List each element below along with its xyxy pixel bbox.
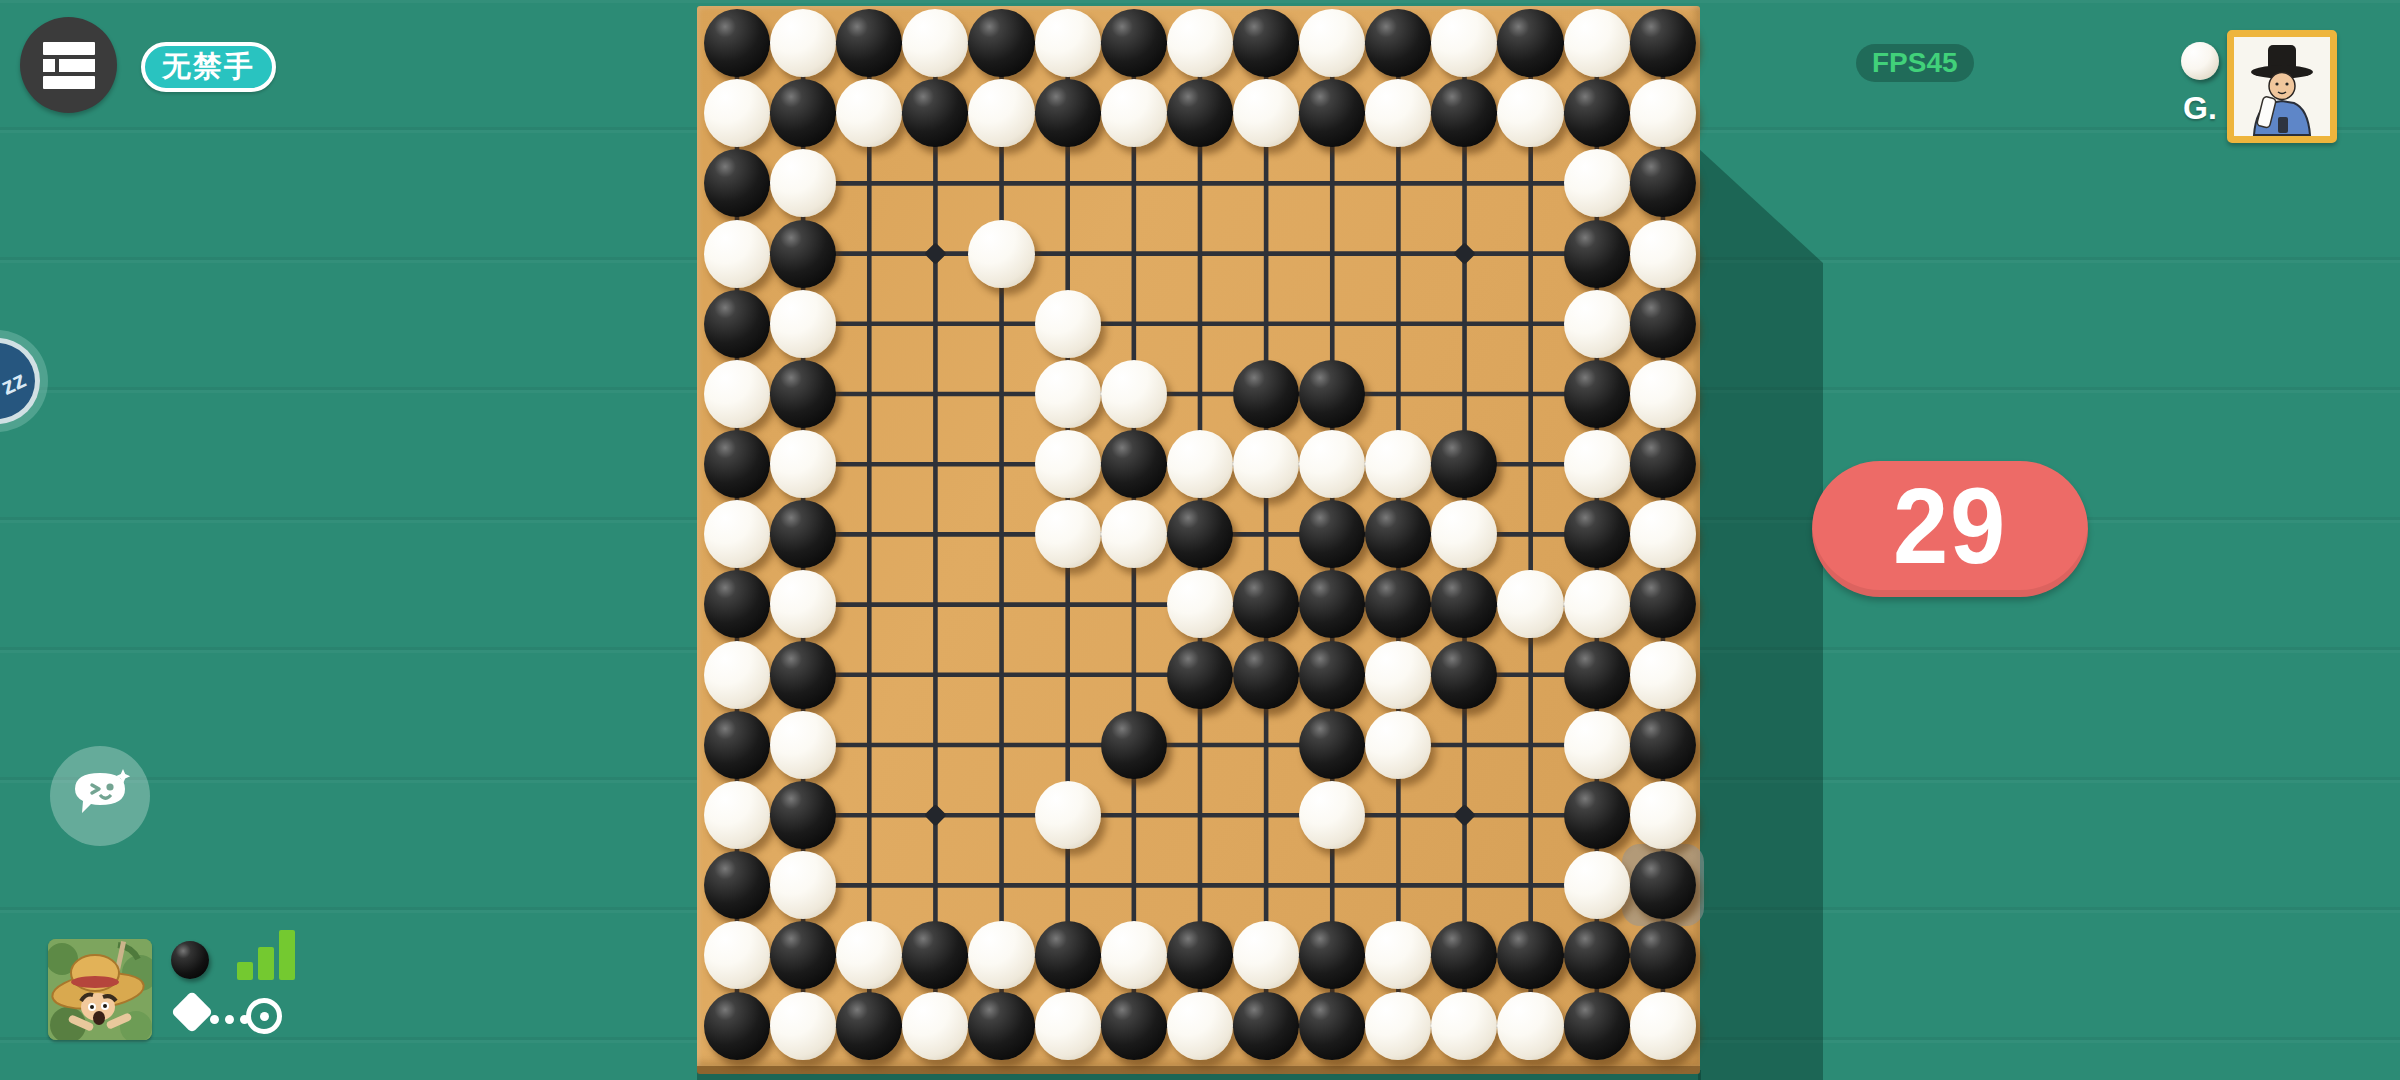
stone-black <box>1365 9 1431 77</box>
board-cell <box>770 920 836 990</box>
board-cell <box>704 920 770 990</box>
board-cell <box>1299 569 1365 639</box>
board-cell <box>1167 78 1233 148</box>
board-cell <box>704 850 770 920</box>
board-cell <box>902 991 968 1061</box>
stone-white <box>770 851 836 919</box>
board-cell <box>1233 569 1299 639</box>
stone-white <box>1630 79 1696 147</box>
board-cell <box>770 218 836 288</box>
stone-black <box>1167 500 1233 568</box>
stone-black <box>1497 9 1563 77</box>
stone-white <box>1630 641 1696 709</box>
stone-white <box>770 570 836 638</box>
board-cell <box>902 78 968 148</box>
mode-badge: 无禁手 <box>141 42 276 92</box>
board-cell <box>1431 429 1497 499</box>
board-cell <box>1497 569 1563 639</box>
stone-black <box>1035 921 1101 989</box>
stone-black <box>968 9 1034 77</box>
move-timer: 29 <box>1812 461 2088 597</box>
board-cell <box>770 991 836 1061</box>
stone-white <box>1233 79 1299 147</box>
stone-white <box>1564 149 1630 217</box>
stone-black <box>704 290 770 358</box>
stone-white <box>1431 992 1497 1060</box>
board-cell <box>704 8 770 78</box>
stone-white <box>1035 9 1101 77</box>
stone-white <box>704 921 770 989</box>
stone-black <box>902 79 968 147</box>
board-cell <box>1035 499 1101 569</box>
stone-black <box>1630 711 1696 779</box>
diamond-rank-icon <box>171 991 213 1033</box>
stone-white <box>968 921 1034 989</box>
board-cell <box>1630 359 1696 429</box>
stone-black <box>1431 430 1497 498</box>
stone-black <box>1299 500 1365 568</box>
stone-white <box>1167 992 1233 1060</box>
board-cell <box>1630 499 1696 569</box>
stone-white <box>704 360 770 428</box>
board-cell <box>1630 991 1696 1061</box>
stone-black <box>704 992 770 1060</box>
stone-white <box>1564 9 1630 77</box>
board-cell <box>1431 991 1497 1061</box>
board-cell <box>1564 78 1630 148</box>
board-cell <box>1299 8 1365 78</box>
chat-bubble-icon <box>67 765 133 827</box>
board-cell <box>1630 429 1696 499</box>
board-cell <box>1431 569 1497 639</box>
gomoku-board[interactable] <box>697 6 1700 1074</box>
board-cell <box>1299 640 1365 710</box>
board-cell <box>1564 991 1630 1061</box>
stone-white <box>1299 781 1365 849</box>
stone-black <box>770 79 836 147</box>
stone-black <box>1365 570 1431 638</box>
board-cell <box>1035 359 1101 429</box>
board-cell <box>1101 8 1167 78</box>
ellipsis-dots-icon <box>210 1015 249 1024</box>
stone-white <box>1167 430 1233 498</box>
board-cell <box>704 991 770 1061</box>
board-cell <box>1101 429 1167 499</box>
scholar-avatar-illustration <box>2234 37 2330 136</box>
stone-black <box>1167 921 1233 989</box>
board-cell <box>1564 429 1630 499</box>
board-cell <box>704 218 770 288</box>
board-cell <box>1630 148 1696 218</box>
board-cell <box>1564 710 1630 780</box>
board-cell <box>1299 359 1365 429</box>
stone-white <box>1233 921 1299 989</box>
board-cell <box>1564 920 1630 990</box>
board-cell <box>1365 920 1431 990</box>
fps-indicator: FPS45 <box>1856 44 1974 82</box>
board-cell <box>1167 499 1233 569</box>
board-cell <box>770 8 836 78</box>
stone-black <box>1564 992 1630 1060</box>
board-cell <box>1630 780 1696 850</box>
board-cell <box>1101 710 1167 780</box>
stone-black <box>1299 570 1365 638</box>
board-cell <box>1564 148 1630 218</box>
board-cell <box>1365 8 1431 78</box>
stone-white <box>1365 430 1431 498</box>
stone-white <box>1431 9 1497 77</box>
game-screen: 无禁手 FPS45 G. 29 <box>0 0 2400 1080</box>
board-cell <box>770 289 836 359</box>
board-cell <box>704 359 770 429</box>
stone-white <box>1299 430 1365 498</box>
stone-white <box>1035 430 1101 498</box>
stone-white <box>1431 500 1497 568</box>
board-cell <box>1497 78 1563 148</box>
board-cell <box>902 920 968 990</box>
board-cell <box>1431 499 1497 569</box>
board-cell <box>1431 920 1497 990</box>
stone-white <box>770 430 836 498</box>
stones-layer[interactable] <box>704 8 1696 1061</box>
stone-white <box>1564 570 1630 638</box>
stone-white <box>1630 220 1696 288</box>
stone-black <box>1299 711 1365 779</box>
board-cell <box>1564 499 1630 569</box>
board-cell <box>1564 218 1630 288</box>
stone-white <box>1101 360 1167 428</box>
board-cell <box>1299 991 1365 1061</box>
board-cell <box>1630 569 1696 639</box>
board-cell <box>1365 429 1431 499</box>
board-cell <box>1497 920 1563 990</box>
board-cell <box>1101 499 1167 569</box>
board-cell <box>1299 920 1365 990</box>
board-cell <box>1035 991 1101 1061</box>
board-cell <box>770 640 836 710</box>
board-cell <box>1299 499 1365 569</box>
stone-white <box>1365 921 1431 989</box>
stone-white <box>1035 992 1101 1060</box>
stone-white <box>704 220 770 288</box>
stone-white <box>1365 641 1431 709</box>
board-cell <box>770 429 836 499</box>
stone-black <box>1564 641 1630 709</box>
stone-black <box>1564 360 1630 428</box>
board-cell <box>770 78 836 148</box>
stone-black <box>1564 921 1630 989</box>
stone-white <box>1365 711 1431 779</box>
board-cell <box>770 499 836 569</box>
timer-value: 29 <box>1893 472 2007 586</box>
stone-black <box>1630 290 1696 358</box>
board-cell <box>1564 850 1630 920</box>
stone-white <box>704 641 770 709</box>
board-cell <box>704 710 770 780</box>
stone-white <box>704 79 770 147</box>
stone-white <box>1035 500 1101 568</box>
board-cell <box>704 640 770 710</box>
stone-black <box>968 992 1034 1060</box>
stone-white <box>1630 781 1696 849</box>
stone-white <box>836 79 902 147</box>
board-cell <box>704 78 770 148</box>
stone-white <box>1365 992 1431 1060</box>
board-cell <box>968 78 1034 148</box>
stone-black <box>1497 921 1563 989</box>
board-cell <box>1365 499 1431 569</box>
stone-black <box>1431 570 1497 638</box>
stone-black <box>1630 570 1696 638</box>
stone-white <box>1101 921 1167 989</box>
stone-white <box>1564 290 1630 358</box>
stone-white <box>1299 9 1365 77</box>
stone-white <box>770 290 836 358</box>
stone-white <box>1035 290 1101 358</box>
board-cell <box>1365 640 1431 710</box>
sleep-bubble-text: zz <box>0 361 39 401</box>
board-cell <box>1101 78 1167 148</box>
stone-white <box>770 992 836 1060</box>
stone-black <box>770 220 836 288</box>
stone-black <box>1630 430 1696 498</box>
board-cell <box>968 8 1034 78</box>
stone-white <box>1564 430 1630 498</box>
board-cell <box>968 991 1034 1061</box>
board-cell <box>1299 710 1365 780</box>
board-cell <box>1233 8 1299 78</box>
board-cell <box>770 569 836 639</box>
board-cell <box>836 920 902 990</box>
board-cell <box>1365 78 1431 148</box>
stone-black <box>1233 360 1299 428</box>
stone-white <box>1167 9 1233 77</box>
board-cell <box>1233 429 1299 499</box>
stone-black <box>1233 9 1299 77</box>
board-cell <box>1431 640 1497 710</box>
stone-black <box>704 851 770 919</box>
stone-black <box>1167 79 1233 147</box>
board-cell <box>704 780 770 850</box>
stone-white <box>1564 711 1630 779</box>
stone-black <box>1564 500 1630 568</box>
board-cell <box>1630 920 1696 990</box>
sleep-bubble: zz <box>0 338 40 424</box>
stone-black <box>770 641 836 709</box>
stone-black <box>1299 79 1365 147</box>
board-cell <box>968 920 1034 990</box>
board-cell <box>1299 78 1365 148</box>
stone-black <box>1365 500 1431 568</box>
board-cell <box>1630 640 1696 710</box>
board-cell <box>1299 780 1365 850</box>
stone-black <box>902 921 968 989</box>
board-cell <box>1630 289 1696 359</box>
stone-black <box>1299 641 1365 709</box>
stone-white <box>1035 781 1101 849</box>
board-cell <box>1233 640 1299 710</box>
mode-badge-label: 无禁手 <box>162 47 255 87</box>
stone-white <box>1233 430 1299 498</box>
board-cell <box>1497 8 1563 78</box>
stone-white <box>1630 360 1696 428</box>
black-stone-icon <box>171 941 209 979</box>
board-cell <box>1630 850 1696 920</box>
stone-black <box>770 360 836 428</box>
board-cell <box>1564 359 1630 429</box>
board-cell <box>1035 920 1101 990</box>
stone-black <box>1431 921 1497 989</box>
board-cell <box>1167 640 1233 710</box>
stone-white <box>1365 79 1431 147</box>
board-cell <box>836 78 902 148</box>
target-circle-icon <box>246 998 282 1034</box>
board-cell <box>836 991 902 1061</box>
board-cell <box>1233 359 1299 429</box>
stone-black <box>1630 149 1696 217</box>
stone-black <box>704 9 770 77</box>
chat-button[interactable] <box>50 746 150 846</box>
stone-white <box>1564 851 1630 919</box>
stone-black <box>1101 430 1167 498</box>
board-cell <box>1564 780 1630 850</box>
board-cell <box>1365 710 1431 780</box>
stone-black <box>1101 711 1167 779</box>
stone-black <box>836 992 902 1060</box>
stone-black <box>704 711 770 779</box>
stone-white <box>1497 79 1563 147</box>
stone-black <box>1564 220 1630 288</box>
stone-black <box>1101 992 1167 1060</box>
board-cell <box>1101 359 1167 429</box>
board-cell <box>1167 8 1233 78</box>
menu-button[interactable] <box>20 17 117 113</box>
board-cell <box>1101 920 1167 990</box>
stone-white <box>1101 500 1167 568</box>
board-cell <box>704 289 770 359</box>
board-cell <box>704 569 770 639</box>
black-player-avatar[interactable] <box>48 939 152 1040</box>
stone-white <box>1497 992 1563 1060</box>
stone-black <box>1101 9 1167 77</box>
board-cell <box>1564 569 1630 639</box>
stone-black <box>1630 9 1696 77</box>
stone-black <box>1167 641 1233 709</box>
board-cell <box>1299 429 1365 499</box>
board-cell <box>1431 8 1497 78</box>
board-cell <box>1564 640 1630 710</box>
board-cell <box>704 429 770 499</box>
board-cell <box>1035 429 1101 499</box>
stone-black <box>1564 781 1630 849</box>
stone-black <box>1233 570 1299 638</box>
stone-white <box>1630 500 1696 568</box>
board-cell <box>770 850 836 920</box>
board-cell <box>1431 78 1497 148</box>
board-cell <box>1167 920 1233 990</box>
board-cell <box>1035 78 1101 148</box>
stone-black <box>1299 921 1365 989</box>
stone-white <box>1497 570 1563 638</box>
stone-white <box>968 220 1034 288</box>
stone-white <box>704 781 770 849</box>
stone-white <box>1630 992 1696 1060</box>
board-cell <box>1630 710 1696 780</box>
stone-white <box>968 79 1034 147</box>
stone-white <box>1101 79 1167 147</box>
hamburger-icon <box>43 42 95 55</box>
white-player-avatar[interactable] <box>2227 30 2337 143</box>
stone-white <box>1167 570 1233 638</box>
board-cell <box>1167 569 1233 639</box>
board-cell <box>704 499 770 569</box>
board-cell <box>836 8 902 78</box>
board-cell <box>1497 991 1563 1061</box>
board-cell <box>1035 289 1101 359</box>
board-cell <box>1233 991 1299 1061</box>
board-cell <box>1630 8 1696 78</box>
board-cell <box>1365 569 1431 639</box>
stone-black <box>1431 79 1497 147</box>
stone-black <box>704 430 770 498</box>
white-stone-icon <box>2181 42 2219 80</box>
straw-hat-avatar-illustration <box>48 939 152 1040</box>
board-cell <box>770 148 836 218</box>
stone-black <box>704 570 770 638</box>
stone-black <box>770 921 836 989</box>
stone-black <box>1299 360 1365 428</box>
board-cell <box>1035 8 1101 78</box>
stone-black <box>1233 992 1299 1060</box>
stone-black <box>1299 992 1365 1060</box>
stone-white <box>836 921 902 989</box>
stone-black <box>1431 641 1497 709</box>
stone-black <box>1630 921 1696 989</box>
stone-white <box>770 149 836 217</box>
board-cell <box>1035 780 1101 850</box>
stone-black <box>1233 641 1299 709</box>
board-cell <box>1167 429 1233 499</box>
board-cell <box>1167 991 1233 1061</box>
board-cell <box>1564 289 1630 359</box>
stone-black <box>770 781 836 849</box>
stone-white <box>1035 360 1101 428</box>
board-cell <box>770 780 836 850</box>
board-cell <box>704 148 770 218</box>
stone-black <box>1035 79 1101 147</box>
stone-white <box>902 9 968 77</box>
board-cell <box>770 710 836 780</box>
board-cell <box>968 218 1034 288</box>
board-cell <box>1365 991 1431 1061</box>
board-cell <box>1233 920 1299 990</box>
stone-black <box>1630 851 1696 919</box>
stone-black <box>704 149 770 217</box>
board-cell <box>1630 78 1696 148</box>
board-cell <box>770 359 836 429</box>
board-cell <box>1630 218 1696 288</box>
signal-bars-icon <box>237 930 297 980</box>
stone-white <box>770 711 836 779</box>
board-cell <box>1101 991 1167 1061</box>
stone-black <box>836 9 902 77</box>
board-cell <box>1233 78 1299 148</box>
board-cell <box>902 8 968 78</box>
stone-white <box>902 992 968 1060</box>
stone-white <box>770 9 836 77</box>
stone-black <box>770 500 836 568</box>
board-cell <box>1564 8 1630 78</box>
